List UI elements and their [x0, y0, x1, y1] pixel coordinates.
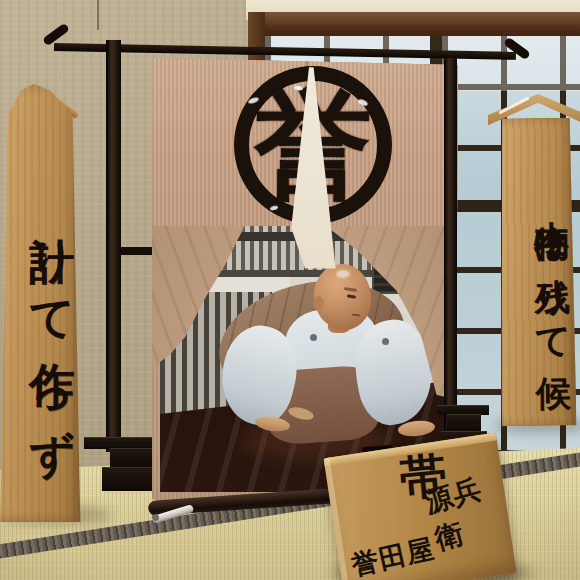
kimono-crest-dot: [382, 338, 389, 345]
hanging-wire: [97, 0, 99, 30]
left-sign-text: 計りて作らず: [0, 141, 82, 513]
craftsman-ear: [313, 296, 324, 311]
noren-photo-banner: 誉: [152, 56, 458, 508]
right-sign-text: 本物は残りて候: [498, 126, 576, 423]
wood-beam-horizontal: [248, 12, 580, 38]
kimono-crest-dot: [310, 334, 317, 341]
stand-base-left-block: [110, 448, 154, 468]
stand-base-right-block: [447, 414, 481, 432]
front-sign-maker-left: 誉田屋: [348, 531, 438, 580]
left-sign: 計りて作らず: [0, 84, 82, 522]
stand-pole-right: [444, 58, 457, 444]
shop-display-scene: 誉 計りて作らず 本物は残りて候 帯 誉田屋 源兵衛: [0, 0, 580, 580]
right-sign: 本物は残りて候: [498, 118, 576, 427]
stand-pole-left: [106, 40, 121, 452]
front-sign: 帯 誉田屋 源兵衛: [324, 433, 517, 580]
head-highlight: [336, 270, 350, 278]
stand-base-left-foot: [102, 467, 158, 491]
